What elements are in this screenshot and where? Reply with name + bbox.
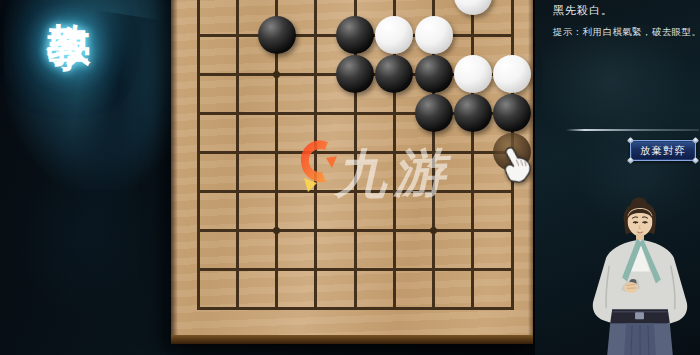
grid-line-vertical bbox=[471, 0, 474, 310]
ink-smoke-decoration bbox=[14, 150, 154, 320]
star-point bbox=[273, 227, 280, 234]
stone-white bbox=[454, 0, 492, 15]
game-screen: 教學 九游 黑先殺白。 提示：利用白 bbox=[0, 0, 700, 355]
star-point bbox=[430, 227, 437, 234]
stone-black bbox=[258, 16, 296, 54]
stone-white bbox=[415, 16, 453, 54]
grid-line-horizontal bbox=[197, 190, 514, 193]
grid-line-vertical bbox=[236, 0, 239, 310]
stone-white bbox=[375, 16, 413, 54]
stone-black bbox=[336, 16, 374, 54]
grid-line-vertical bbox=[197, 0, 200, 310]
stone-black bbox=[454, 94, 492, 132]
stone-black bbox=[375, 55, 413, 93]
grid-line-horizontal bbox=[197, 268, 514, 271]
grid-line-horizontal bbox=[197, 151, 514, 154]
stone-white bbox=[493, 55, 531, 93]
info-panel: 黑先殺白。 提示：利用白棋氣緊，破去眼型。 放棄對弈 bbox=[535, 0, 700, 355]
board-grid[interactable] bbox=[171, 0, 533, 344]
objective-text: 黑先殺白。 bbox=[553, 3, 613, 18]
stone-black bbox=[493, 94, 531, 132]
character-illustration bbox=[580, 196, 700, 355]
grid-line-vertical bbox=[314, 0, 317, 310]
hint-text: 提示：利用白棋氣緊，破去眼型。 bbox=[553, 26, 700, 39]
stone-black bbox=[336, 55, 374, 93]
resign-button[interactable]: 放棄對弈 bbox=[630, 140, 696, 161]
resign-button-label: 放棄對弈 bbox=[640, 144, 686, 158]
stone-black bbox=[415, 55, 453, 93]
grid-line-horizontal bbox=[197, 229, 514, 232]
stone-white bbox=[454, 55, 492, 93]
go-board[interactable] bbox=[171, 0, 533, 344]
panel-divider bbox=[566, 129, 699, 131]
stone-black bbox=[415, 94, 453, 132]
star-point bbox=[273, 71, 280, 78]
grid-line-horizontal bbox=[197, 307, 514, 310]
